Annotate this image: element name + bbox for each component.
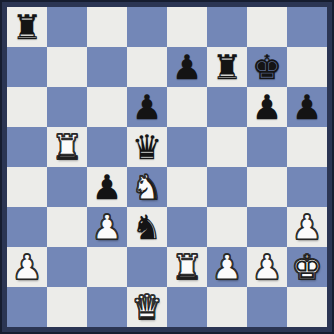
square-d8[interactable]: [127, 7, 167, 47]
square-h6[interactable]: ♟: [287, 87, 327, 127]
square-e1[interactable]: [167, 287, 207, 327]
square-f2[interactable]: ♟: [207, 247, 247, 287]
square-g1[interactable]: [247, 287, 287, 327]
square-c7[interactable]: [87, 47, 127, 87]
square-h1[interactable]: [287, 287, 327, 327]
square-a8[interactable]: ♜: [7, 7, 47, 47]
square-e7[interactable]: ♟: [167, 47, 207, 87]
square-a4[interactable]: [7, 167, 47, 207]
piece-black-pawn-h6[interactable]: ♟: [292, 87, 322, 127]
square-c4[interactable]: ♟: [87, 167, 127, 207]
square-g2[interactable]: ♟: [247, 247, 287, 287]
square-e8[interactable]: [167, 7, 207, 47]
square-h2[interactable]: ♚: [287, 247, 327, 287]
square-c1[interactable]: [87, 287, 127, 327]
square-a1[interactable]: [7, 287, 47, 327]
piece-black-rook-f7[interactable]: ♜: [212, 47, 242, 87]
square-b4[interactable]: [47, 167, 87, 207]
square-e2[interactable]: ♜: [167, 247, 207, 287]
piece-white-pawn-c3[interactable]: ♟: [92, 207, 122, 247]
square-f1[interactable]: [207, 287, 247, 327]
piece-white-queen-d1[interactable]: ♛: [132, 287, 162, 327]
piece-white-rook-e2[interactable]: ♜: [172, 247, 202, 287]
piece-black-pawn-e7[interactable]: ♟: [172, 47, 202, 87]
piece-white-pawn-f2[interactable]: ♟: [212, 247, 242, 287]
square-e4[interactable]: [167, 167, 207, 207]
square-h4[interactable]: [287, 167, 327, 207]
square-a5[interactable]: [7, 127, 47, 167]
piece-black-pawn-g6[interactable]: ♟: [252, 87, 282, 127]
piece-white-knight-d4[interactable]: ♞: [132, 167, 162, 207]
square-f3[interactable]: [207, 207, 247, 247]
square-c5[interactable]: [87, 127, 127, 167]
square-d6[interactable]: ♟: [127, 87, 167, 127]
piece-black-pawn-c4[interactable]: ♟: [92, 167, 122, 207]
square-f8[interactable]: [207, 7, 247, 47]
square-b6[interactable]: [47, 87, 87, 127]
square-d4[interactable]: ♞: [127, 167, 167, 207]
square-g8[interactable]: [247, 7, 287, 47]
square-b2[interactable]: [47, 247, 87, 287]
piece-white-pawn-a2[interactable]: ♟: [12, 247, 42, 287]
piece-black-rook-a8[interactable]: ♜: [12, 7, 42, 47]
square-a3[interactable]: [7, 207, 47, 247]
square-h5[interactable]: [287, 127, 327, 167]
chess-board: ♜♟♜♚♟♟♟♜♛♟♞♟♞♟♟♜♟♟♚♛: [7, 7, 327, 327]
square-d5[interactable]: ♛: [127, 127, 167, 167]
square-h7[interactable]: [287, 47, 327, 87]
square-d7[interactable]: [127, 47, 167, 87]
square-h3[interactable]: ♟: [287, 207, 327, 247]
square-g3[interactable]: [247, 207, 287, 247]
square-c3[interactable]: ♟: [87, 207, 127, 247]
square-e6[interactable]: [167, 87, 207, 127]
square-g5[interactable]: [247, 127, 287, 167]
square-c8[interactable]: [87, 7, 127, 47]
square-g7[interactable]: ♚: [247, 47, 287, 87]
piece-white-king-h2[interactable]: ♚: [292, 247, 322, 287]
square-b7[interactable]: [47, 47, 87, 87]
square-g6[interactable]: ♟: [247, 87, 287, 127]
piece-white-pawn-h3[interactable]: ♟: [292, 207, 322, 247]
square-d3[interactable]: ♞: [127, 207, 167, 247]
square-h8[interactable]: [287, 7, 327, 47]
square-f5[interactable]: [207, 127, 247, 167]
piece-black-queen-d5[interactable]: ♛: [132, 127, 162, 167]
square-b3[interactable]: [47, 207, 87, 247]
piece-white-pawn-g2[interactable]: ♟: [252, 247, 282, 287]
square-f4[interactable]: [207, 167, 247, 207]
square-a7[interactable]: [7, 47, 47, 87]
piece-white-rook-b5[interactable]: ♜: [52, 127, 82, 167]
square-f6[interactable]: [207, 87, 247, 127]
square-b1[interactable]: [47, 287, 87, 327]
square-b5[interactable]: ♜: [47, 127, 87, 167]
piece-black-king-g7[interactable]: ♚: [252, 47, 282, 87]
square-d1[interactable]: ♛: [127, 287, 167, 327]
square-e3[interactable]: [167, 207, 207, 247]
chess-board-frame: ♜♟♜♚♟♟♟♜♛♟♞♟♞♟♟♜♟♟♚♛: [0, 0, 334, 334]
square-d2[interactable]: [127, 247, 167, 287]
square-c6[interactable]: [87, 87, 127, 127]
square-a6[interactable]: [7, 87, 47, 127]
square-e5[interactable]: [167, 127, 207, 167]
square-c2[interactable]: [87, 247, 127, 287]
piece-black-knight-d3[interactable]: ♞: [132, 207, 162, 247]
square-b8[interactable]: [47, 7, 87, 47]
square-f7[interactable]: ♜: [207, 47, 247, 87]
square-g4[interactable]: [247, 167, 287, 207]
square-a2[interactable]: ♟: [7, 247, 47, 287]
piece-black-pawn-d6[interactable]: ♟: [132, 87, 162, 127]
